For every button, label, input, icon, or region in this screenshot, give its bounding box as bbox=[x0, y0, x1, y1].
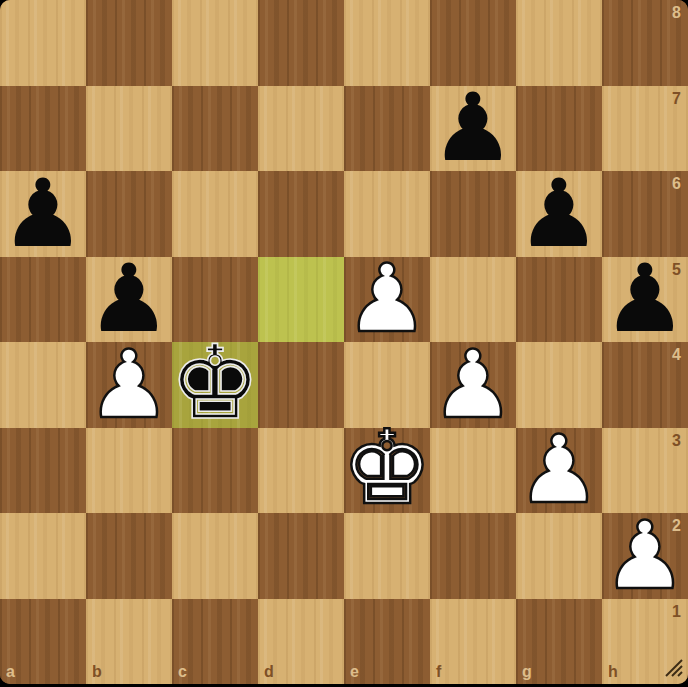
square-a4[interactable] bbox=[0, 342, 86, 428]
white-pawn[interactable]: ♟ bbox=[344, 257, 430, 343]
square-c8[interactable] bbox=[172, 0, 258, 86]
square-g3[interactable]: ♟ bbox=[516, 428, 602, 514]
square-h2[interactable]: ♟2 bbox=[602, 513, 688, 599]
white-pawn[interactable]: ♟ bbox=[86, 342, 172, 428]
chess-board: 8♟7♟♟6♟♟♟5♟♚♟4♚♟3♟2abcdefgh1 bbox=[0, 0, 688, 684]
square-e5[interactable]: ♟ bbox=[344, 257, 430, 343]
white-pawn[interactable]: ♟ bbox=[430, 342, 516, 428]
file-label-c: c bbox=[178, 663, 187, 681]
file-label-g: g bbox=[522, 663, 532, 681]
square-c1[interactable]: c bbox=[172, 599, 258, 685]
black-pawn[interactable]: ♟ bbox=[430, 86, 516, 172]
square-h8[interactable]: 8 bbox=[602, 0, 688, 86]
square-h7[interactable]: 7 bbox=[602, 86, 688, 172]
white-pawn[interactable]: ♟ bbox=[516, 428, 602, 514]
black-pawn[interactable]: ♟ bbox=[0, 171, 86, 257]
square-e1[interactable]: e bbox=[344, 599, 430, 685]
square-g8[interactable] bbox=[516, 0, 602, 86]
square-c3[interactable] bbox=[172, 428, 258, 514]
square-f2[interactable] bbox=[430, 513, 516, 599]
square-a8[interactable] bbox=[0, 0, 86, 86]
square-f4[interactable]: ♟ bbox=[430, 342, 516, 428]
file-label-f: f bbox=[436, 663, 441, 681]
square-a2[interactable] bbox=[0, 513, 86, 599]
square-a6[interactable]: ♟ bbox=[0, 171, 86, 257]
square-b7[interactable] bbox=[86, 86, 172, 172]
rank-label-3: 3 bbox=[672, 432, 681, 450]
black-pawn[interactable]: ♟ bbox=[602, 257, 688, 343]
file-label-d: d bbox=[264, 663, 274, 681]
rank-label-1: 1 bbox=[672, 603, 681, 621]
white-pawn[interactable]: ♟ bbox=[602, 513, 688, 599]
square-b8[interactable] bbox=[86, 0, 172, 86]
square-e3[interactable]: ♚ bbox=[344, 428, 430, 514]
black-pawn[interactable]: ♟ bbox=[516, 171, 602, 257]
rank-label-4: 4 bbox=[672, 346, 681, 364]
square-e7[interactable] bbox=[344, 86, 430, 172]
rank-label-8: 8 bbox=[672, 4, 681, 22]
square-h5[interactable]: ♟5 bbox=[602, 257, 688, 343]
square-e8[interactable] bbox=[344, 0, 430, 86]
square-d1[interactable]: d bbox=[258, 599, 344, 685]
square-d5[interactable] bbox=[258, 257, 344, 343]
square-c7[interactable] bbox=[172, 86, 258, 172]
square-g1[interactable]: g bbox=[516, 599, 602, 685]
square-a5[interactable] bbox=[0, 257, 86, 343]
black-king[interactable]: ♚ bbox=[172, 342, 258, 428]
square-d7[interactable] bbox=[258, 86, 344, 172]
rank-label-7: 7 bbox=[672, 90, 681, 108]
chess-board-container: 8♟7♟♟6♟♟♟5♟♚♟4♚♟3♟2abcdefgh1 bbox=[0, 0, 688, 684]
square-c4[interactable]: ♚ bbox=[172, 342, 258, 428]
square-f3[interactable] bbox=[430, 428, 516, 514]
square-c2[interactable] bbox=[172, 513, 258, 599]
file-label-e: e bbox=[350, 663, 359, 681]
square-a1[interactable]: a bbox=[0, 599, 86, 685]
square-c6[interactable] bbox=[172, 171, 258, 257]
square-b1[interactable]: b bbox=[86, 599, 172, 685]
square-d6[interactable] bbox=[258, 171, 344, 257]
square-f6[interactable] bbox=[430, 171, 516, 257]
board-resize-grip-icon[interactable] bbox=[660, 657, 684, 677]
square-b4[interactable]: ♟ bbox=[86, 342, 172, 428]
white-king[interactable]: ♚ bbox=[344, 428, 430, 514]
square-e2[interactable] bbox=[344, 513, 430, 599]
square-h4[interactable]: 4 bbox=[602, 342, 688, 428]
square-d8[interactable] bbox=[258, 0, 344, 86]
square-g6[interactable]: ♟ bbox=[516, 171, 602, 257]
square-d4[interactable] bbox=[258, 342, 344, 428]
file-label-a: a bbox=[6, 663, 15, 681]
square-d2[interactable] bbox=[258, 513, 344, 599]
file-label-b: b bbox=[92, 663, 102, 681]
file-label-h: h bbox=[608, 663, 618, 681]
square-a3[interactable] bbox=[0, 428, 86, 514]
square-g5[interactable] bbox=[516, 257, 602, 343]
rank-label-6: 6 bbox=[672, 175, 681, 193]
square-d3[interactable] bbox=[258, 428, 344, 514]
square-g2[interactable] bbox=[516, 513, 602, 599]
square-b3[interactable] bbox=[86, 428, 172, 514]
square-f1[interactable]: f bbox=[430, 599, 516, 685]
square-b2[interactable] bbox=[86, 513, 172, 599]
square-f7[interactable]: ♟ bbox=[430, 86, 516, 172]
